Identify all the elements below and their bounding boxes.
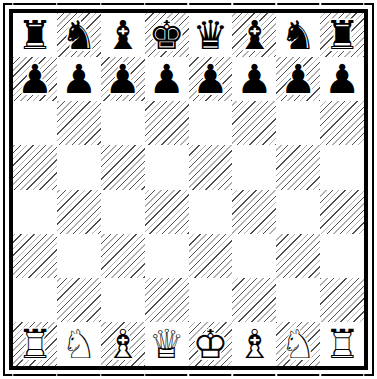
square-a3[interactable] (13, 234, 57, 278)
white-knight-glyph: ♘ (280, 324, 316, 364)
square-c7[interactable]: ♟♟ (101, 57, 145, 101)
black-rook-glyph: ♜ (324, 15, 360, 55)
square-b7[interactable]: ♟♟ (57, 57, 101, 101)
white-queen-glyph: ♕ (149, 324, 185, 364)
black-pawn-glyph: ♟ (236, 59, 272, 99)
square-d7[interactable]: ♟♟ (145, 57, 189, 101)
white-knight[interactable]: ♞♘ (57, 322, 101, 366)
black-knight-glyph: ♞ (280, 15, 316, 55)
white-bishop-glyph: ♗ (236, 324, 272, 364)
black-pawn[interactable]: ♟♟ (189, 57, 233, 101)
square-c3[interactable] (101, 234, 145, 278)
black-pawn[interactable]: ♟♟ (320, 57, 364, 101)
square-d3[interactable] (145, 234, 189, 278)
square-a4[interactable] (13, 190, 57, 234)
square-e2[interactable] (189, 278, 233, 322)
black-pawn[interactable]: ♟♟ (13, 57, 57, 101)
black-pawn-glyph: ♟ (105, 59, 141, 99)
square-g6[interactable] (276, 101, 320, 145)
square-c2[interactable] (101, 278, 145, 322)
square-c4[interactable] (101, 190, 145, 234)
square-a2[interactable] (13, 278, 57, 322)
square-c8[interactable]: ♝♝ (101, 13, 145, 57)
black-knight-glyph: ♞ (61, 15, 97, 55)
square-d2[interactable] (145, 278, 189, 322)
white-king-glyph: ♔ (193, 324, 229, 364)
square-a6[interactable] (13, 101, 57, 145)
square-b2[interactable] (57, 278, 101, 322)
square-a8[interactable]: ♜♜ (13, 13, 57, 57)
square-b6[interactable] (57, 101, 101, 145)
black-pawn-glyph: ♟ (280, 59, 316, 99)
white-queen[interactable]: ♛♕ (145, 322, 189, 366)
square-f5[interactable] (232, 145, 276, 189)
white-bishop[interactable]: ♝♗ (101, 322, 145, 366)
board-outer-frame-right (372, 3, 374, 376)
black-rook[interactable]: ♜♜ (320, 13, 364, 57)
square-c1[interactable]: ♝♗ (101, 322, 145, 366)
square-g1[interactable]: ♞♘ (276, 322, 320, 366)
square-g4[interactable] (276, 190, 320, 234)
square-h5[interactable] (320, 145, 364, 189)
white-rook[interactable]: ♜♖ (13, 322, 57, 366)
square-e6[interactable] (189, 101, 233, 145)
square-h7[interactable]: ♟♟ (320, 57, 364, 101)
black-pawn-glyph: ♟ (324, 59, 360, 99)
square-h4[interactable] (320, 190, 364, 234)
square-g7[interactable]: ♟♟ (276, 57, 320, 101)
black-pawn[interactable]: ♟♟ (101, 57, 145, 101)
white-rook[interactable]: ♜♖ (320, 322, 364, 366)
black-queen-glyph: ♛ (193, 15, 229, 55)
square-g5[interactable] (276, 145, 320, 189)
white-bishop[interactable]: ♝♗ (232, 322, 276, 366)
square-h6[interactable] (320, 101, 364, 145)
square-f3[interactable] (232, 234, 276, 278)
black-king-glyph: ♚ (149, 15, 185, 55)
square-f4[interactable] (232, 190, 276, 234)
black-pawn-glyph: ♟ (149, 59, 185, 99)
square-f7[interactable]: ♟♟ (232, 57, 276, 101)
black-queen[interactable]: ♛♛ (189, 13, 233, 57)
square-a1[interactable]: ♜♖ (13, 322, 57, 366)
black-bishop-glyph: ♝ (105, 15, 141, 55)
square-e3[interactable] (189, 234, 233, 278)
square-b4[interactable] (57, 190, 101, 234)
black-pawn-glyph: ♟ (17, 59, 53, 99)
square-c5[interactable] (101, 145, 145, 189)
square-f6[interactable] (232, 101, 276, 145)
black-pawn-glyph: ♟ (193, 59, 229, 99)
square-b3[interactable] (57, 234, 101, 278)
square-d5[interactable] (145, 145, 189, 189)
white-rook-glyph: ♖ (17, 324, 53, 364)
square-d1[interactable]: ♛♕ (145, 322, 189, 366)
square-b5[interactable] (57, 145, 101, 189)
board-outer-frame-top (3, 3, 374, 5)
square-b1[interactable]: ♞♘ (57, 322, 101, 366)
square-d6[interactable] (145, 101, 189, 145)
square-h2[interactable] (320, 278, 364, 322)
square-g8[interactable]: ♞♞ (276, 13, 320, 57)
black-pawn[interactable]: ♟♟ (57, 57, 101, 101)
black-knight[interactable]: ♞♞ (57, 13, 101, 57)
square-e5[interactable] (189, 145, 233, 189)
white-knight[interactable]: ♞♘ (276, 322, 320, 366)
square-h3[interactable] (320, 234, 364, 278)
black-pawn[interactable]: ♟♟ (232, 57, 276, 101)
board-outer-frame-left (3, 3, 5, 376)
square-a5[interactable] (13, 145, 57, 189)
square-h8[interactable]: ♜♜ (320, 13, 364, 57)
square-c6[interactable] (101, 101, 145, 145)
square-g2[interactable] (276, 278, 320, 322)
square-e1[interactable]: ♚♔ (189, 322, 233, 366)
black-bishop[interactable]: ♝♝ (232, 13, 276, 57)
square-f2[interactable] (232, 278, 276, 322)
black-pawn[interactable]: ♟♟ (276, 57, 320, 101)
square-d8[interactable]: ♚♚ (145, 13, 189, 57)
black-pawn[interactable]: ♟♟ (145, 57, 189, 101)
square-e7[interactable]: ♟♟ (189, 57, 233, 101)
chess-board: ♜♜♞♞♝♝♚♚♛♛♝♝♞♞♜♜♟♟♟♟♟♟♟♟♟♟♟♟♟♟♟♟♜♖♞♘♝♗♛♕… (13, 13, 364, 366)
white-knight-glyph: ♘ (61, 324, 97, 364)
square-e8[interactable]: ♛♛ (189, 13, 233, 57)
black-king[interactable]: ♚♚ (145, 13, 189, 57)
black-bishop-glyph: ♝ (236, 15, 272, 55)
square-a7[interactable]: ♟♟ (13, 57, 57, 101)
square-b8[interactable]: ♞♞ (57, 13, 101, 57)
white-rook-glyph: ♖ (324, 324, 360, 364)
square-f8[interactable]: ♝♝ (232, 13, 276, 57)
black-bishop[interactable]: ♝♝ (101, 13, 145, 57)
chess-diagram: ♜♜♞♞♝♝♚♚♛♛♝♝♞♞♜♜♟♟♟♟♟♟♟♟♟♟♟♟♟♟♟♟♜♖♞♘♝♗♛♕… (0, 0, 377, 379)
square-f1[interactable]: ♝♗ (232, 322, 276, 366)
black-rook[interactable]: ♜♜ (13, 13, 57, 57)
square-d4[interactable] (145, 190, 189, 234)
white-bishop-glyph: ♗ (105, 324, 141, 364)
white-king[interactable]: ♚♔ (189, 322, 233, 366)
square-g3[interactable] (276, 234, 320, 278)
square-h1[interactable]: ♜♖ (320, 322, 364, 366)
board-outer-frame-bottom (3, 374, 374, 376)
square-e4[interactable] (189, 190, 233, 234)
black-knight[interactable]: ♞♞ (276, 13, 320, 57)
black-pawn-glyph: ♟ (61, 59, 97, 99)
black-rook-glyph: ♜ (17, 15, 53, 55)
